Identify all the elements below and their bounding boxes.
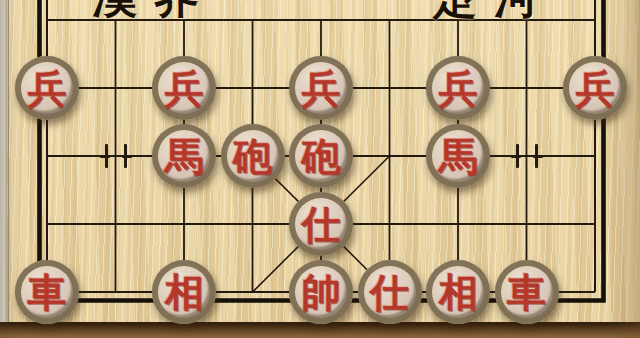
river-text-left: 漢界 xyxy=(92,0,216,27)
piece-glyph: 相 xyxy=(439,273,478,312)
piece-glyph: 兵 xyxy=(165,69,204,108)
piece-glyph: 車 xyxy=(28,273,67,312)
piece-glyph: 兵 xyxy=(28,69,67,108)
piece-glyph: 砲 xyxy=(233,137,272,176)
piece-glyph: 兵 xyxy=(439,69,478,108)
piece-red-soldier[interactable]: 兵 xyxy=(15,56,79,120)
piece-glyph: 馬 xyxy=(165,137,204,176)
piece-red-cannon[interactable]: 砲 xyxy=(221,124,285,188)
piece-glyph: 砲 xyxy=(302,137,341,176)
piece-glyph: 帥 xyxy=(302,273,341,312)
piece-red-general[interactable]: 帥 xyxy=(289,260,353,324)
piece-glyph: 馬 xyxy=(439,137,478,176)
piece-glyph: 相 xyxy=(165,273,204,312)
position-marker xyxy=(102,143,130,169)
piece-red-elephant[interactable]: 相 xyxy=(152,260,216,324)
piece-red-soldier[interactable]: 兵 xyxy=(426,56,490,120)
piece-red-soldier[interactable]: 兵 xyxy=(563,56,627,120)
xiangqi-board: 漢界 楚河 兵兵兵兵兵馬砲砲馬仕車相帥仕相車 xyxy=(0,0,640,338)
piece-red-cannon[interactable]: 砲 xyxy=(289,124,353,188)
piece-red-chariot[interactable]: 車 xyxy=(15,260,79,324)
river-text-right: 楚河 xyxy=(432,0,556,27)
piece-red-elephant[interactable]: 相 xyxy=(426,260,490,324)
piece-red-horse[interactable]: 馬 xyxy=(152,124,216,188)
piece-glyph: 車 xyxy=(507,273,546,312)
piece-glyph: 仕 xyxy=(370,273,409,312)
position-marker xyxy=(513,143,541,169)
piece-red-soldier[interactable]: 兵 xyxy=(152,56,216,120)
board-edge-bottom xyxy=(0,322,640,338)
piece-red-horse[interactable]: 馬 xyxy=(426,124,490,188)
piece-red-soldier[interactable]: 兵 xyxy=(289,56,353,120)
piece-glyph: 仕 xyxy=(302,205,341,244)
piece-red-advisor[interactable]: 仕 xyxy=(289,192,353,256)
piece-red-chariot[interactable]: 車 xyxy=(495,260,559,324)
piece-red-advisor[interactable]: 仕 xyxy=(358,260,422,324)
piece-glyph: 兵 xyxy=(302,69,341,108)
piece-glyph: 兵 xyxy=(576,69,615,108)
